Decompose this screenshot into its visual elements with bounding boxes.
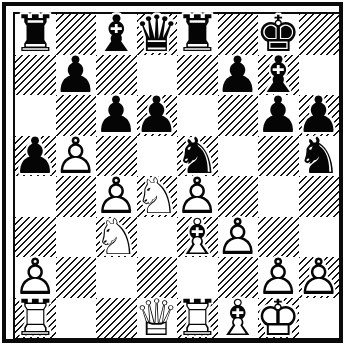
- white-knight-icon: ♞♘: [96, 217, 137, 258]
- white-pawn-icon: ♟♙: [96, 176, 137, 217]
- square-b4[interactable]: [56, 176, 97, 217]
- black-pawn-icon: ♟: [137, 95, 178, 136]
- black-pawn-icon: ♟: [56, 55, 97, 96]
- white-queen-icon: ♛♕: [137, 298, 178, 339]
- square-d8[interactable]: ♛: [137, 14, 178, 55]
- square-h1[interactable]: [299, 298, 340, 339]
- square-e8[interactable]: ♜: [177, 14, 218, 55]
- square-c2[interactable]: [96, 257, 137, 298]
- square-f8[interactable]: [218, 14, 259, 55]
- black-knight-icon: ♞: [177, 136, 218, 177]
- white-bishop-icon: ♝♗: [177, 217, 218, 258]
- square-g3[interactable]: [258, 217, 299, 258]
- square-c8[interactable]: ♝: [96, 14, 137, 55]
- square-d6[interactable]: ♟: [137, 95, 178, 136]
- square-f6[interactable]: [218, 95, 259, 136]
- square-a6[interactable]: [15, 95, 56, 136]
- square-a2[interactable]: ♟♙: [15, 257, 56, 298]
- white-pawn-icon: ♟♙: [299, 257, 340, 298]
- square-a7[interactable]: [15, 55, 56, 96]
- black-pawn-icon: ♟: [299, 95, 340, 136]
- square-e3[interactable]: ♝♗: [177, 217, 218, 258]
- black-rook-icon: ♜: [15, 14, 56, 55]
- square-c1[interactable]: [96, 298, 137, 339]
- square-c3[interactable]: ♞♘: [96, 217, 137, 258]
- square-d1[interactable]: ♛♕: [137, 298, 178, 339]
- white-knight-icon: ♞♘: [137, 176, 178, 217]
- square-h7[interactable]: [299, 55, 340, 96]
- square-c7[interactable]: [96, 55, 137, 96]
- square-h4[interactable]: [299, 176, 340, 217]
- chess-diagram: ♜♝♛♜♚♟♟♝♟♟♟♟♟♟♙♞♞♟♙♞♘♟♙♞♘♝♗♟♙♟♙♟♙♟♙♜♖♛♕♜…: [0, 0, 350, 350]
- chess-board: ♜♝♛♜♚♟♟♝♟♟♟♟♟♟♙♞♞♟♙♞♘♟♙♞♘♝♗♟♙♟♙♟♙♟♙♜♖♛♕♜…: [13, 12, 341, 340]
- square-g4[interactable]: [258, 176, 299, 217]
- square-c6[interactable]: ♟: [96, 95, 137, 136]
- square-h3[interactable]: [299, 217, 340, 258]
- black-bishop-icon: ♝: [96, 14, 137, 55]
- square-b5[interactable]: ♟♙: [56, 136, 97, 177]
- square-h8[interactable]: [299, 14, 340, 55]
- square-b8[interactable]: [56, 14, 97, 55]
- square-f7[interactable]: ♟: [218, 55, 259, 96]
- square-a5[interactable]: ♟: [15, 136, 56, 177]
- black-bishop-icon: ♝: [258, 55, 299, 96]
- black-pawn-icon: ♟: [258, 95, 299, 136]
- square-a8[interactable]: ♜: [15, 14, 56, 55]
- square-b1[interactable]: [56, 298, 97, 339]
- square-e6[interactable]: [177, 95, 218, 136]
- white-pawn-icon: ♟♙: [15, 257, 56, 298]
- square-h2[interactable]: ♟♙: [299, 257, 340, 298]
- white-king-icon: ♚♔: [258, 298, 299, 339]
- square-g7[interactable]: ♝: [258, 55, 299, 96]
- black-pawn-icon: ♟: [96, 95, 137, 136]
- white-bishop-icon: ♝♗: [218, 298, 259, 339]
- square-b6[interactable]: [56, 95, 97, 136]
- square-f1[interactable]: ♝♗: [218, 298, 259, 339]
- square-g2[interactable]: ♟♙: [258, 257, 299, 298]
- square-d5[interactable]: [137, 136, 178, 177]
- black-pawn-icon: ♟: [218, 55, 259, 96]
- square-b7[interactable]: ♟: [56, 55, 97, 96]
- square-h5[interactable]: ♞: [299, 136, 340, 177]
- square-a3[interactable]: [15, 217, 56, 258]
- square-d3[interactable]: [137, 217, 178, 258]
- square-g1[interactable]: ♚♔: [258, 298, 299, 339]
- square-d7[interactable]: [137, 55, 178, 96]
- black-knight-icon: ♞: [299, 136, 340, 177]
- square-c5[interactable]: [96, 136, 137, 177]
- white-rook-icon: ♜♖: [177, 298, 218, 339]
- black-pawn-icon: ♟: [15, 136, 56, 177]
- white-pawn-icon: ♟♙: [177, 176, 218, 217]
- white-pawn-icon: ♟♙: [258, 257, 299, 298]
- square-e7[interactable]: [177, 55, 218, 96]
- square-c4[interactable]: ♟♙: [96, 176, 137, 217]
- square-f5[interactable]: [218, 136, 259, 177]
- square-a4[interactable]: [15, 176, 56, 217]
- square-d2[interactable]: [137, 257, 178, 298]
- square-g6[interactable]: ♟: [258, 95, 299, 136]
- square-f2[interactable]: [218, 257, 259, 298]
- white-pawn-icon: ♟♙: [218, 217, 259, 258]
- white-rook-icon: ♜♖: [15, 298, 56, 339]
- square-d4[interactable]: ♞♘: [137, 176, 178, 217]
- square-b3[interactable]: [56, 217, 97, 258]
- square-f3[interactable]: ♟♙: [218, 217, 259, 258]
- square-b2[interactable]: [56, 257, 97, 298]
- square-f4[interactable]: [218, 176, 259, 217]
- square-h6[interactable]: ♟: [299, 95, 340, 136]
- square-e2[interactable]: [177, 257, 218, 298]
- square-e1[interactable]: ♜♖: [177, 298, 218, 339]
- black-king-icon: ♚: [258, 14, 299, 55]
- square-g5[interactable]: [258, 136, 299, 177]
- square-e4[interactable]: ♟♙: [177, 176, 218, 217]
- square-g8[interactable]: ♚: [258, 14, 299, 55]
- black-queen-icon: ♛: [137, 14, 178, 55]
- black-rook-icon: ♜: [177, 14, 218, 55]
- square-a1[interactable]: ♜♖: [15, 298, 56, 339]
- white-pawn-icon: ♟♙: [56, 136, 97, 177]
- square-e5[interactable]: ♞: [177, 136, 218, 177]
